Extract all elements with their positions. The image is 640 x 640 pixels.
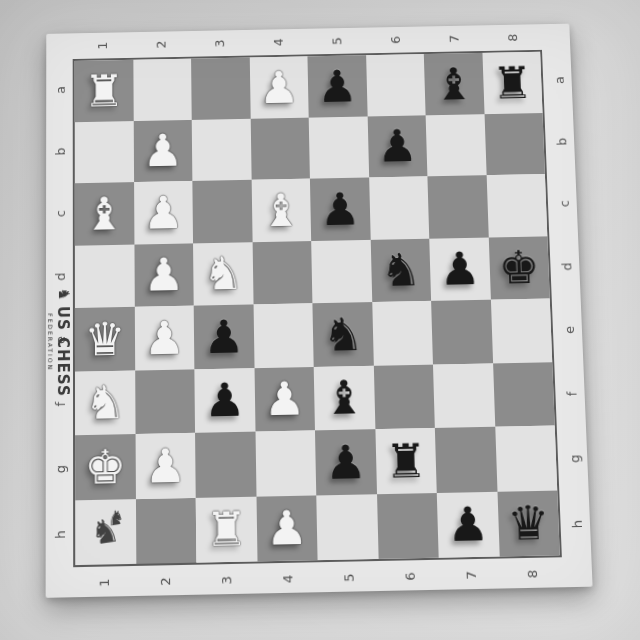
square-c1: ♝ xyxy=(75,182,134,245)
black-pawn: ♟ xyxy=(203,313,245,360)
square-g4 xyxy=(255,430,316,496)
white-knight: ♞ xyxy=(202,251,244,297)
square-d1 xyxy=(75,244,134,308)
us-chess-corner-logo-icon: ♞♞ xyxy=(88,510,122,553)
square-d4 xyxy=(252,241,312,305)
square-a2 xyxy=(133,59,192,121)
white-bishop: ♝ xyxy=(260,187,302,233)
black-pawn: ♟ xyxy=(376,123,418,168)
white-king: ♚ xyxy=(84,443,126,491)
square-f2 xyxy=(135,369,195,434)
square-e6 xyxy=(372,301,433,365)
square-c7 xyxy=(427,175,488,238)
black-pawn: ♟ xyxy=(324,438,367,486)
square-f5: ♝ xyxy=(314,365,375,430)
black-rook: ♜ xyxy=(491,60,533,105)
square-h7: ♟ xyxy=(437,491,499,557)
white-pawn: ♟ xyxy=(143,252,184,298)
square-d6: ♞ xyxy=(370,238,431,302)
black-knight: ♞ xyxy=(379,247,421,293)
square-h8: ♛ xyxy=(497,490,560,556)
square-f1: ♞ xyxy=(75,370,135,435)
square-d8: ♚ xyxy=(488,236,549,300)
square-g3 xyxy=(195,432,256,498)
white-rook: ♜ xyxy=(205,505,248,553)
white-pawn: ♟ xyxy=(144,442,186,490)
square-f7 xyxy=(433,363,495,428)
black-bishop: ♝ xyxy=(323,374,365,421)
square-a8: ♜ xyxy=(482,52,543,114)
square-b5 xyxy=(309,116,369,179)
white-pawn: ♟ xyxy=(142,128,183,173)
square-g1: ♚ xyxy=(75,434,135,500)
us-chess-branding: ♞ US CHESS FEDERATION xyxy=(46,248,73,438)
chess-board: 12345678 12345678 abcdefgh abcdefgh ♞ US… xyxy=(46,24,593,598)
square-h2 xyxy=(135,497,196,563)
square-g6: ♜ xyxy=(375,428,437,494)
black-pawn: ♟ xyxy=(439,246,481,292)
square-e5: ♞ xyxy=(312,302,373,366)
square-a7: ♝ xyxy=(424,53,484,115)
square-g5: ♟ xyxy=(315,429,377,495)
board-grid: ♜♟♟♝♜♟♟♝♟♝♟♟♞♞♟♚♛♟♟♞♞♟♟♝♚♟♟♜♞♞♜♟♟♛ xyxy=(73,50,562,567)
square-e4 xyxy=(253,303,314,367)
white-pawn: ♟ xyxy=(265,504,308,552)
black-pawn: ♟ xyxy=(204,377,246,424)
square-h5 xyxy=(316,494,378,560)
square-h6 xyxy=(377,493,439,559)
square-g8 xyxy=(495,426,557,492)
square-c5: ♟ xyxy=(310,177,370,240)
square-c4: ♝ xyxy=(251,179,311,242)
square-e8 xyxy=(490,298,552,362)
black-queen: ♛ xyxy=(507,499,551,547)
square-d5 xyxy=(311,239,372,303)
square-d7: ♟ xyxy=(429,237,490,301)
square-a1: ♜ xyxy=(75,60,134,122)
square-b1 xyxy=(75,121,134,184)
white-pawn: ♟ xyxy=(143,190,184,236)
square-b4 xyxy=(250,117,310,180)
black-pawn: ♟ xyxy=(317,64,358,109)
square-f6 xyxy=(373,364,435,429)
photo-background: 12345678 12345678 abcdefgh abcdefgh ♞ US… xyxy=(0,0,640,640)
square-b8 xyxy=(484,113,545,176)
square-b2: ♟ xyxy=(133,119,192,182)
square-f3: ♟ xyxy=(194,368,255,433)
square-d3: ♞ xyxy=(193,242,253,306)
square-h4: ♟ xyxy=(256,495,318,561)
white-bishop: ♝ xyxy=(84,191,125,237)
white-queen: ♛ xyxy=(84,316,125,363)
black-rook: ♜ xyxy=(384,437,427,485)
square-e7 xyxy=(431,300,492,364)
square-b7 xyxy=(426,114,487,177)
square-c6 xyxy=(369,176,430,239)
black-pawn: ♟ xyxy=(446,500,489,548)
square-c8 xyxy=(486,174,547,237)
square-h3: ♜ xyxy=(196,496,257,562)
federation-name: US CHESS xyxy=(54,306,72,397)
square-c3 xyxy=(192,180,252,243)
square-f8 xyxy=(493,362,555,427)
square-a5: ♟ xyxy=(307,55,367,117)
square-g2: ♟ xyxy=(135,433,196,499)
white-pawn: ♟ xyxy=(263,375,305,422)
square-d2: ♟ xyxy=(134,243,194,307)
black-knight: ♞ xyxy=(322,311,364,358)
white-rook: ♜ xyxy=(84,68,125,113)
black-pawn: ♟ xyxy=(319,186,361,232)
square-f4: ♟ xyxy=(254,366,315,431)
square-e2: ♟ xyxy=(134,306,194,370)
white-pawn: ♟ xyxy=(143,314,185,361)
square-c2: ♟ xyxy=(134,181,193,244)
square-g7 xyxy=(435,427,497,493)
white-pawn: ♟ xyxy=(258,65,299,110)
square-b3 xyxy=(192,118,251,181)
federation-subtitle: FEDERATION xyxy=(47,251,54,435)
square-a4: ♟ xyxy=(249,56,308,118)
black-bishop: ♝ xyxy=(433,61,475,106)
white-knight: ♞ xyxy=(84,379,126,426)
square-a3 xyxy=(191,57,250,119)
square-h1: ♞♞ xyxy=(75,499,136,565)
us-chess-knight-icon: ♞ xyxy=(55,287,73,301)
square-a6 xyxy=(366,54,426,116)
square-e1: ♛ xyxy=(75,307,135,372)
black-king: ♚ xyxy=(498,245,541,291)
square-b6: ♟ xyxy=(367,115,427,178)
square-e3: ♟ xyxy=(194,304,254,368)
